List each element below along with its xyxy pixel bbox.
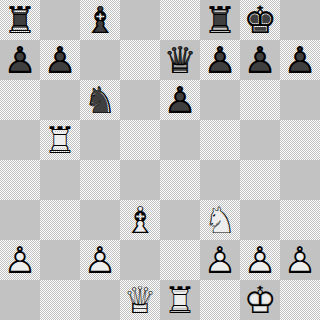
square-b6[interactable]	[40, 80, 80, 120]
square-e3[interactable]	[160, 200, 200, 240]
square-d4[interactable]	[120, 160, 160, 200]
square-d7[interactable]	[120, 40, 160, 80]
black-pawn-e6[interactable]: ♟♙	[160, 80, 200, 120]
square-a4[interactable]	[0, 160, 40, 200]
square-h8[interactable]	[280, 0, 320, 40]
square-d3[interactable]: ♝♗	[120, 200, 160, 240]
black-bishop-c8[interactable]: ♝♗	[80, 0, 120, 40]
white-queen-d1[interactable]: ♛♕	[120, 280, 160, 320]
square-c5[interactable]	[80, 120, 120, 160]
black-pawn-a7[interactable]: ♟♙	[0, 40, 40, 80]
square-a7[interactable]: ♟♙	[0, 40, 40, 80]
square-h4[interactable]	[280, 160, 320, 200]
rook-glyph-outline: ♖	[160, 280, 200, 320]
white-pawn-g2[interactable]: ♟♙	[240, 240, 280, 280]
square-g8[interactable]: ♚♔	[240, 0, 280, 40]
pawn-glyph-outline: ♙	[280, 240, 320, 280]
square-g2[interactable]: ♟♙	[240, 240, 280, 280]
bishop-glyph-outline: ♗	[120, 200, 160, 240]
black-pawn-g7[interactable]: ♟♙	[240, 40, 280, 80]
square-f2[interactable]: ♟♙	[200, 240, 240, 280]
chess-board: ♜♖♝♗♜♖♚♔♟♙♟♙♛♕♟♙♟♙♟♙♞♘♟♙♜♖♝♗♞♘♟♙♟♙♟♙♟♙♟♙…	[0, 0, 320, 320]
knight-glyph-outline: ♘	[200, 200, 240, 240]
square-d5[interactable]	[120, 120, 160, 160]
square-c2[interactable]: ♟♙	[80, 240, 120, 280]
king-glyph-outline: ♔	[240, 0, 280, 40]
square-e8[interactable]	[160, 0, 200, 40]
square-f6[interactable]	[200, 80, 240, 120]
square-g4[interactable]	[240, 160, 280, 200]
black-rook-a8[interactable]: ♜♖	[0, 0, 40, 40]
black-pawn-b7[interactable]: ♟♙	[40, 40, 80, 80]
pawn-glyph-outline: ♙	[200, 40, 240, 80]
square-e5[interactable]	[160, 120, 200, 160]
square-c8[interactable]: ♝♗	[80, 0, 120, 40]
knight-glyph-outline: ♘	[80, 80, 120, 120]
square-b3[interactable]	[40, 200, 80, 240]
pawn-glyph-outline: ♙	[0, 240, 40, 280]
square-b8[interactable]	[40, 0, 80, 40]
square-b4[interactable]	[40, 160, 80, 200]
square-e6[interactable]: ♟♙	[160, 80, 200, 120]
square-e2[interactable]	[160, 240, 200, 280]
queen-glyph-outline: ♕	[160, 40, 200, 80]
square-g3[interactable]	[240, 200, 280, 240]
square-c3[interactable]	[80, 200, 120, 240]
white-bishop-d3[interactable]: ♝♗	[120, 200, 160, 240]
bishop-glyph-outline: ♗	[80, 0, 120, 40]
rook-glyph-outline: ♖	[200, 0, 240, 40]
square-h3[interactable]	[280, 200, 320, 240]
square-b2[interactable]	[40, 240, 80, 280]
pawn-glyph-outline: ♙	[40, 40, 80, 80]
square-h5[interactable]	[280, 120, 320, 160]
white-pawn-f2[interactable]: ♟♙	[200, 240, 240, 280]
rook-glyph-outline: ♖	[40, 120, 80, 160]
square-g6[interactable]	[240, 80, 280, 120]
square-c6[interactable]: ♞♘	[80, 80, 120, 120]
square-a3[interactable]	[0, 200, 40, 240]
square-c1[interactable]	[80, 280, 120, 320]
square-e7[interactable]: ♛♕	[160, 40, 200, 80]
black-queen-e7[interactable]: ♛♕	[160, 40, 200, 80]
square-b1[interactable]	[40, 280, 80, 320]
square-d2[interactable]	[120, 240, 160, 280]
white-pawn-h2[interactable]: ♟♙	[280, 240, 320, 280]
black-king-g8[interactable]: ♚♔	[240, 0, 280, 40]
pawn-glyph-outline: ♙	[240, 40, 280, 80]
square-a8[interactable]: ♜♖	[0, 0, 40, 40]
square-f7[interactable]: ♟♙	[200, 40, 240, 80]
square-b5[interactable]: ♜♖	[40, 120, 80, 160]
square-c4[interactable]	[80, 160, 120, 200]
white-pawn-c2[interactable]: ♟♙	[80, 240, 120, 280]
rook-glyph-outline: ♖	[0, 0, 40, 40]
square-f1[interactable]	[200, 280, 240, 320]
white-rook-b5[interactable]: ♜♖	[40, 120, 80, 160]
square-g5[interactable]	[240, 120, 280, 160]
king-glyph-outline: ♔	[240, 280, 280, 320]
pawn-glyph-outline: ♙	[280, 40, 320, 80]
black-knight-c6[interactable]: ♞♘	[80, 80, 120, 120]
square-b7[interactable]: ♟♙	[40, 40, 80, 80]
square-f8[interactable]: ♜♖	[200, 0, 240, 40]
square-h6[interactable]	[280, 80, 320, 120]
square-a6[interactable]	[0, 80, 40, 120]
pawn-glyph-outline: ♙	[200, 240, 240, 280]
square-f4[interactable]	[200, 160, 240, 200]
square-h7[interactable]: ♟♙	[280, 40, 320, 80]
pawn-glyph-outline: ♙	[80, 240, 120, 280]
square-d1[interactable]: ♛♕	[120, 280, 160, 320]
black-pawn-h7[interactable]: ♟♙	[280, 40, 320, 80]
square-a2[interactable]: ♟♙	[0, 240, 40, 280]
square-h2[interactable]: ♟♙	[280, 240, 320, 280]
black-rook-f8[interactable]: ♜♖	[200, 0, 240, 40]
square-c7[interactable]	[80, 40, 120, 80]
square-g7[interactable]: ♟♙	[240, 40, 280, 80]
square-a5[interactable]	[0, 120, 40, 160]
square-f5[interactable]	[200, 120, 240, 160]
square-f3[interactable]: ♞♘	[200, 200, 240, 240]
pawn-glyph-outline: ♙	[160, 80, 200, 120]
black-pawn-f7[interactable]: ♟♙	[200, 40, 240, 80]
white-king-g1[interactable]: ♚♔	[240, 280, 280, 320]
white-rook-e1[interactable]: ♜♖	[160, 280, 200, 320]
square-a1[interactable]	[0, 280, 40, 320]
square-e1[interactable]: ♜♖	[160, 280, 200, 320]
white-knight-f3[interactable]: ♞♘	[200, 200, 240, 240]
white-pawn-a2[interactable]: ♟♙	[0, 240, 40, 280]
queen-glyph-outline: ♕	[120, 280, 160, 320]
pawn-glyph-outline: ♙	[240, 240, 280, 280]
square-d8[interactable]	[120, 0, 160, 40]
square-e4[interactable]	[160, 160, 200, 200]
square-g1[interactable]: ♚♔	[240, 280, 280, 320]
square-d6[interactable]	[120, 80, 160, 120]
pawn-glyph-outline: ♙	[0, 40, 40, 80]
square-h1[interactable]	[280, 280, 320, 320]
